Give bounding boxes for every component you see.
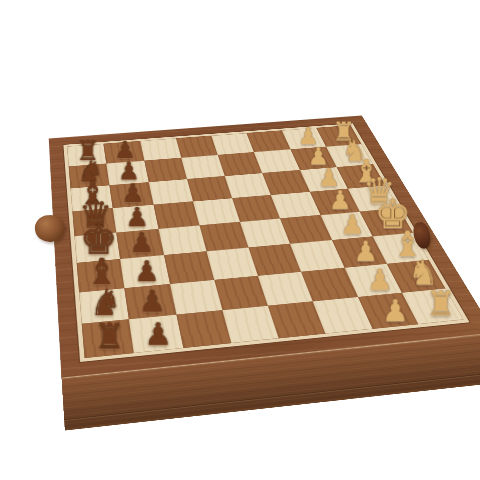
product-photo-scene: ♜♟♟♜♞♟♟♞♝♟♟♝♛♟♟♛♚♟♟♚♝♟♟♝♞♟♟♞♜♟♟♜ xyxy=(0,0,480,480)
left-latch-knob xyxy=(33,213,66,244)
right-latch-knob xyxy=(411,220,433,250)
knob-layer xyxy=(0,0,480,480)
